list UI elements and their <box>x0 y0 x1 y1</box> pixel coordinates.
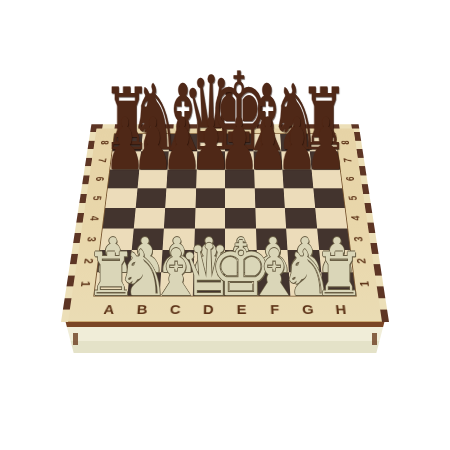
corner-joint-right <box>372 333 377 345</box>
coordinate-label: 2 <box>356 258 368 263</box>
square-g5 <box>284 188 315 208</box>
square-c3 <box>163 229 195 250</box>
square-e1 <box>225 272 258 295</box>
square-b8 <box>141 134 170 151</box>
chess-set-photo: 87654321 87654321 ABCDEFGH ♜♞♝♛♚♝♞♜♟♟♟♟♟… <box>0 0 450 450</box>
square-f4 <box>255 208 286 229</box>
board-grid <box>94 134 355 296</box>
square-h2 <box>319 250 353 272</box>
square-b2 <box>129 250 162 272</box>
square-a1 <box>94 272 129 295</box>
square-e8 <box>225 134 253 151</box>
coordinate-label: 1 <box>359 281 371 287</box>
coordinate-label: 6 <box>345 177 356 182</box>
square-g6 <box>282 169 312 188</box>
file-label: H <box>323 298 358 319</box>
square-c1 <box>160 272 193 295</box>
square-h7 <box>309 151 339 169</box>
square-h4 <box>315 208 347 229</box>
square-b1 <box>127 272 161 295</box>
file-label: G <box>291 298 326 319</box>
square-d5 <box>195 188 225 208</box>
square-f6 <box>254 169 284 188</box>
file-label: E <box>225 298 258 319</box>
square-b4 <box>133 208 165 229</box>
square-f5 <box>254 188 285 208</box>
square-d6 <box>196 169 225 188</box>
square-a2 <box>97 250 131 272</box>
coordinate-label: 2 <box>82 258 94 263</box>
square-b6 <box>137 169 167 188</box>
square-g7 <box>281 151 311 169</box>
square-c7 <box>168 151 197 169</box>
square-g4 <box>285 208 317 229</box>
coordinate-label: 8 <box>340 141 351 145</box>
coordinate-label: 3 <box>353 237 365 242</box>
file-label: C <box>158 298 192 319</box>
square-e5 <box>225 188 255 208</box>
square-d2 <box>193 250 225 272</box>
square-a8 <box>112 134 142 151</box>
square-f1 <box>257 272 290 295</box>
square-e3 <box>225 229 256 250</box>
square-b7 <box>139 151 169 169</box>
square-b5 <box>135 188 166 208</box>
square-e7 <box>225 151 254 169</box>
square-e6 <box>225 169 254 188</box>
square-d1 <box>192 272 225 295</box>
square-h8 <box>308 134 338 151</box>
coordinate-label: 5 <box>91 196 102 201</box>
square-f8 <box>253 134 282 151</box>
square-c6 <box>166 169 196 188</box>
square-a4 <box>103 208 135 229</box>
file-label: D <box>192 298 225 319</box>
finger-joint-edge-top <box>91 124 359 128</box>
file-label: F <box>258 298 292 319</box>
square-e4 <box>225 208 256 229</box>
square-f3 <box>256 229 288 250</box>
square-c4 <box>164 208 195 229</box>
square-h6 <box>311 169 342 188</box>
square-c5 <box>165 188 196 208</box>
coordinate-label: 1 <box>79 281 91 287</box>
square-g3 <box>286 229 319 250</box>
coordinate-label: 8 <box>99 141 110 145</box>
square-d3 <box>194 229 225 250</box>
chess-board: 87654321 87654321 ABCDEFGH <box>61 124 389 322</box>
coordinate-label: 7 <box>97 158 108 162</box>
square-b3 <box>131 229 164 250</box>
square-g2 <box>287 250 320 272</box>
square-h1 <box>321 272 356 295</box>
file-label: A <box>91 298 126 319</box>
square-h3 <box>317 229 350 250</box>
square-c8 <box>169 134 198 151</box>
square-a3 <box>100 229 133 250</box>
file-label: B <box>125 298 160 319</box>
square-f2 <box>256 250 289 272</box>
file-labels-bottom: ABCDEFGH <box>91 298 358 319</box>
square-d4 <box>194 208 225 229</box>
square-f7 <box>253 151 282 169</box>
box-front-panel <box>64 322 386 353</box>
square-d7 <box>196 151 225 169</box>
square-a5 <box>105 188 137 208</box>
square-c2 <box>161 250 194 272</box>
corner-joint-left <box>73 333 78 345</box>
square-a7 <box>110 151 140 169</box>
coordinate-label: 3 <box>85 237 97 242</box>
coordinate-label: 7 <box>343 158 354 162</box>
square-d8 <box>197 134 225 151</box>
square-g8 <box>280 134 309 151</box>
coordinate-label: 5 <box>348 196 359 201</box>
square-a6 <box>108 169 139 188</box>
square-g1 <box>289 272 323 295</box>
square-e2 <box>225 250 257 272</box>
coordinate-label: 4 <box>350 216 361 221</box>
square-h5 <box>313 188 345 208</box>
coordinate-label: 4 <box>88 216 99 221</box>
coordinate-label: 6 <box>94 177 105 182</box>
